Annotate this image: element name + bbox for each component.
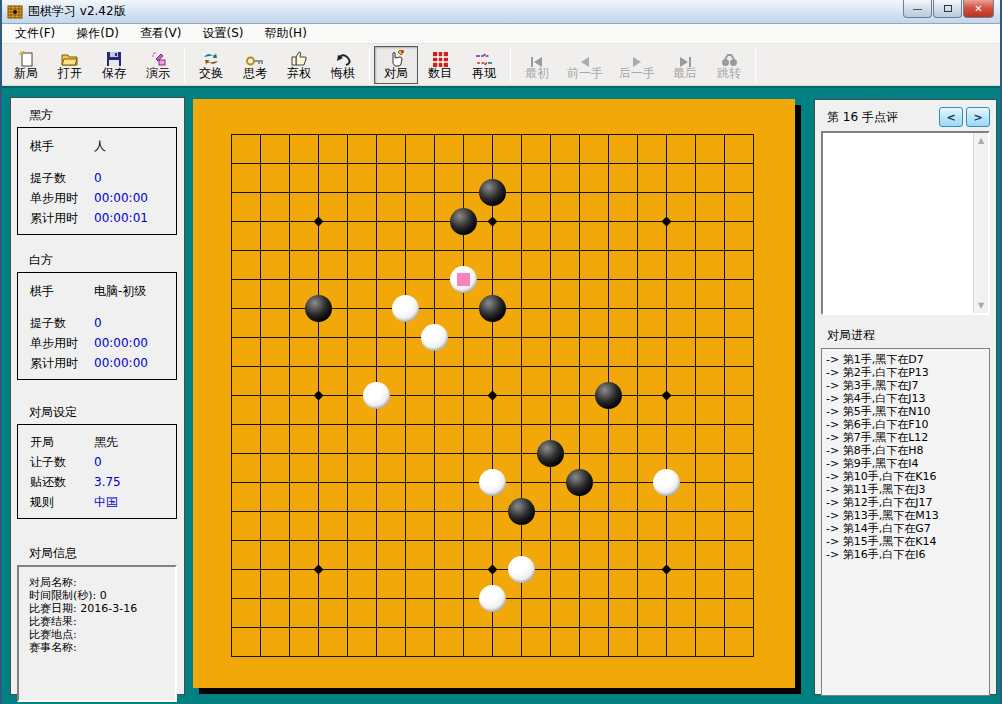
toolbar-button-label: 数目 <box>428 67 452 80</box>
toolbar-button-label: 演示 <box>146 67 170 80</box>
progress-section-title: 对局进程 <box>827 327 996 344</box>
black-stone <box>537 440 564 467</box>
grid-line-horizontal <box>231 424 754 425</box>
toolbar-button-demo[interactable]: 演示 <box>136 46 180 84</box>
toolbar-button-first: 最初 <box>515 46 559 84</box>
window-title: 围棋学习 v2.42版 <box>28 3 903 20</box>
star-point <box>662 217 672 227</box>
move-list-item: -> 第16手,白下在I6 <box>826 548 989 561</box>
chevron-right-icon: > <box>973 111 982 124</box>
toolbar-button-new-game[interactable]: 新局 <box>4 46 48 84</box>
grid-line-horizontal <box>231 453 754 454</box>
white-player-box: 棋手电脑-初级提子数0单步用时00:00:00累计用时00:00:00 <box>17 272 177 380</box>
grid-line-vertical <box>579 134 580 657</box>
scroll-up-icon[interactable]: ▲ <box>974 133 988 148</box>
field-value: 0 <box>94 171 102 185</box>
menu-item-5[interactable]: 帮助(H) <box>255 23 315 44</box>
field-label: 贴还数 <box>30 474 94 491</box>
toolbar-button-prev: 前一手 <box>559 46 611 84</box>
field-label: 开局 <box>30 434 94 451</box>
toolbar-button-label: 思考 <box>243 67 267 80</box>
black-row: 累计用时00:00:01 <box>30 208 176 228</box>
black-row: 棋手人 <box>30 136 176 156</box>
game-info-box: 对局名称:时间限制(秒): 0比赛日期: 2016-3-16比赛结果:比赛地点:… <box>17 565 177 702</box>
client-area: 黑方 棋手人提子数0单步用时00:00:00累计用时00:00:01 白方 棋手… <box>2 86 1000 704</box>
grid-line-vertical <box>550 134 551 657</box>
field-value: 中国 <box>94 494 118 511</box>
field-label: 棋手 <box>30 283 94 300</box>
white-row: 单步用时00:00:00 <box>30 333 176 353</box>
white-section-title: 白方 <box>29 252 184 269</box>
toolbar: 新局打开保存演示交换思考弃权悔棋对局数目再现最初前一手后一手最后跳转 <box>2 44 1000 86</box>
field-label: 累计用时 <box>30 355 94 372</box>
first-icon <box>530 50 544 67</box>
toolbar-button-save[interactable]: 保存 <box>92 46 136 84</box>
toolbar-separator <box>755 48 756 82</box>
go-board[interactable] <box>193 99 795 688</box>
field-value: 00:00:01 <box>94 211 148 225</box>
star-point <box>488 565 498 575</box>
game-info-line: 比赛地点: <box>29 628 171 641</box>
toolbar-button-play[interactable]: 对局 <box>374 46 418 84</box>
black-stone <box>479 179 506 206</box>
toolbar-button-label: 最后 <box>673 67 697 80</box>
star-point <box>314 391 324 401</box>
prev-icon <box>579 50 591 67</box>
black-row: 单步用时00:00:00 <box>30 188 176 208</box>
minimize-icon: — <box>913 3 923 14</box>
field-label: 棋手 <box>30 138 94 155</box>
move-list-item: -> 第7手,黑下在L12 <box>826 431 989 444</box>
grid-line-horizontal <box>231 511 754 512</box>
move-list-item: -> 第4手,白下在J13 <box>826 392 989 405</box>
field-value: 电脑-初级 <box>94 283 146 300</box>
toolbar-button-count[interactable]: 数目 <box>418 46 462 84</box>
toolbar-button-label: 保存 <box>102 67 126 80</box>
field-value: 黑先 <box>94 434 118 451</box>
last-icon <box>678 50 692 67</box>
toolbar-button-label: 交换 <box>199 67 223 80</box>
move-comment-title: 第 16 手点评 <box>827 109 936 126</box>
settings-row: 规则中国 <box>30 492 176 512</box>
field-value: 00:00:00 <box>94 336 148 350</box>
star-point <box>314 217 324 227</box>
menu-item-3[interactable]: 查看(V) <box>131 23 191 44</box>
grid-line-horizontal <box>231 656 754 657</box>
settings-row: 让子数0 <box>30 452 176 472</box>
demo-icon <box>150 50 167 67</box>
left-info-panel: 黑方 棋手人提子数0单步用时00:00:00累计用时00:00:01 白方 棋手… <box>10 97 185 695</box>
jump-icon <box>721 50 738 67</box>
toolbar-button-pass[interactable]: 弃权 <box>277 46 321 84</box>
move-comment-area[interactable]: ▲ ▼ <box>821 131 990 315</box>
black-stone <box>450 208 477 235</box>
open-icon <box>61 50 79 67</box>
toolbar-button-think[interactable]: 思考 <box>233 46 277 84</box>
next-comment-button[interactable]: > <box>966 107 990 127</box>
app-icon <box>7 4 23 20</box>
right-panel: 第 16 手点评 < > ▲ ▼ 对局进程 -> 第1手,黑下在D7-> 第2手… <box>814 99 997 695</box>
field-label: 累计用时 <box>30 210 94 227</box>
game-info-line: 比赛日期: 2016-3-16 <box>29 602 171 615</box>
white-row: 提子数0 <box>30 313 176 333</box>
next-icon <box>631 50 643 67</box>
black-section-title: 黑方 <box>29 107 184 124</box>
star-point <box>662 391 672 401</box>
black-stone <box>479 295 506 322</box>
white-stone <box>421 324 448 351</box>
toolbar-button-last: 最后 <box>663 46 707 84</box>
menu-item-1[interactable]: 文件(F) <box>6 23 64 44</box>
settings-row: 开局黑先 <box>30 432 176 452</box>
toolbar-button-label: 打开 <box>58 67 82 80</box>
comment-scrollbar[interactable]: ▲ ▼ <box>973 133 988 313</box>
field-label: 提子数 <box>30 315 94 332</box>
play-icon <box>388 50 405 67</box>
white-row: 累计用时00:00:00 <box>30 353 176 373</box>
settings-section-title: 对局设定 <box>29 404 184 421</box>
white-stone <box>508 556 535 583</box>
toolbar-separator <box>510 48 511 82</box>
move-list-item: -> 第9手,黑下在I4 <box>826 457 989 470</box>
game-info-line: 赛事名称: <box>29 641 171 654</box>
menu-bar: 文件(F)操作(D)查看(V)设置(S)帮助(H) <box>2 24 1000 44</box>
grid-line-horizontal <box>231 540 754 541</box>
toolbar-button-open[interactable]: 打开 <box>48 46 92 84</box>
move-list-item: -> 第12手,白下在J17 <box>826 496 989 509</box>
info-section-title: 对局信息 <box>29 545 184 562</box>
field-value: 00:00:00 <box>94 191 148 205</box>
minimize-button[interactable]: — <box>903 0 932 18</box>
toolbar-separator <box>369 48 370 82</box>
grid-line-vertical <box>695 134 696 657</box>
move-list-item: -> 第15手,黑下在K14 <box>826 535 989 548</box>
game-info-line: 时间限制(秒): 0 <box>29 589 171 602</box>
game-info-line: 比赛结果: <box>29 615 171 628</box>
save-icon <box>106 50 122 67</box>
toolbar-button-label: 再现 <box>472 67 496 80</box>
star-point <box>662 565 672 575</box>
grid-line-horizontal <box>231 627 754 628</box>
black-player-box: 棋手人提子数0单步用时00:00:00累计用时00:00:01 <box>17 127 177 235</box>
white-stone <box>653 469 680 496</box>
field-value: 人 <box>94 138 106 155</box>
menu-item-4[interactable]: 设置(S) <box>193 23 252 44</box>
prev-comment-button[interactable]: < <box>939 107 963 127</box>
game-settings-box: 开局黑先让子数0贴还数3.75规则中国 <box>17 424 177 519</box>
count-icon <box>433 50 448 67</box>
game-info-line: 对局名称: <box>29 576 171 589</box>
field-value: 00:00:00 <box>94 356 148 370</box>
move-list-item: -> 第5手,黑下在N10 <box>826 405 989 418</box>
maximize-button[interactable] <box>933 0 962 18</box>
move-list-item: -> 第14手,白下在G7 <box>826 522 989 535</box>
move-list-item: -> 第11手,黑下在J3 <box>826 483 989 496</box>
move-list-item: -> 第13手,黑下在M13 <box>826 509 989 522</box>
title-bar[interactable]: 围棋学习 v2.42版 — ✕ <box>2 0 1000 24</box>
move-list-item: -> 第2手,白下在P13 <box>826 366 989 379</box>
new-game-icon <box>18 50 35 67</box>
chevron-left-icon: < <box>946 111 955 124</box>
black-stone <box>305 295 332 322</box>
close-icon: ✕ <box>974 3 982 14</box>
last-move-marker <box>457 273 470 286</box>
toolbar-button-label: 悔棋 <box>331 67 355 80</box>
toolbar-button-swap[interactable]: 交换 <box>189 46 233 84</box>
toolbar-button-jump: 跳转 <box>707 46 751 84</box>
move-list[interactable]: -> 第1手,黑下在D7-> 第2手,白下在P13-> 第3手,黑下在J7-> … <box>821 348 990 696</box>
swap-icon <box>202 50 220 67</box>
black-stone <box>566 469 593 496</box>
field-value: 0 <box>94 316 102 330</box>
field-label: 提子数 <box>30 170 94 187</box>
black-stone <box>595 382 622 409</box>
star-point <box>488 391 498 401</box>
field-value: 0 <box>94 455 102 469</box>
field-label: 规则 <box>30 494 94 511</box>
white-stone <box>479 585 506 612</box>
white-stone <box>392 295 419 322</box>
white-stone <box>479 469 506 496</box>
toolbar-button-undo[interactable]: 悔棋 <box>321 46 365 84</box>
think-icon <box>246 50 264 67</box>
field-value: 3.75 <box>94 475 121 489</box>
grid-line-vertical <box>753 134 754 657</box>
toolbar-button-label: 前一手 <box>567 67 603 80</box>
move-list-item: -> 第10手,白下在K16 <box>826 470 989 483</box>
black-stone <box>508 498 535 525</box>
white-stone <box>450 266 477 293</box>
undo-icon <box>335 50 351 67</box>
app-window: 围棋学习 v2.42版 — ✕ 文件(F)操作(D)查看(V)设置(S)帮助(H… <box>0 0 1002 704</box>
move-list-item: -> 第8手,白下在H8 <box>826 444 989 457</box>
field-label: 单步用时 <box>30 335 94 352</box>
star-point <box>314 565 324 575</box>
toolbar-button-label: 弃权 <box>287 67 311 80</box>
field-label: 让子数 <box>30 454 94 471</box>
maximize-icon <box>944 5 952 12</box>
move-list-item: -> 第3手,黑下在J7 <box>826 379 989 392</box>
move-list-item: -> 第6手,白下在F10 <box>826 418 989 431</box>
grid-line-vertical <box>724 134 725 657</box>
grid-line-vertical <box>637 134 638 657</box>
settings-row: 贴还数3.75 <box>30 472 176 492</box>
toolbar-separator <box>184 48 185 82</box>
field-label: 单步用时 <box>30 190 94 207</box>
toolbar-button-label: 新局 <box>14 67 38 80</box>
toolbar-button-label: 对局 <box>384 67 408 80</box>
white-stone <box>363 382 390 409</box>
scroll-down-icon[interactable]: ▼ <box>974 298 988 313</box>
toolbar-button-label: 后一手 <box>619 67 655 80</box>
white-row: 棋手电脑-初级 <box>30 281 176 301</box>
black-row: 提子数0 <box>30 168 176 188</box>
close-button[interactable]: ✕ <box>963 0 994 18</box>
move-list-item: -> 第1手,黑下在D7 <box>826 353 989 366</box>
menu-item-2[interactable]: 操作(D) <box>67 23 128 44</box>
toolbar-button-replay[interactable]: 再现 <box>462 46 506 84</box>
toolbar-button-label: 最初 <box>525 67 549 80</box>
star-point <box>488 217 498 227</box>
pass-icon <box>291 50 307 67</box>
toolbar-button-next: 后一手 <box>611 46 663 84</box>
toolbar-button-label: 跳转 <box>717 67 741 80</box>
replay-icon <box>475 50 493 67</box>
